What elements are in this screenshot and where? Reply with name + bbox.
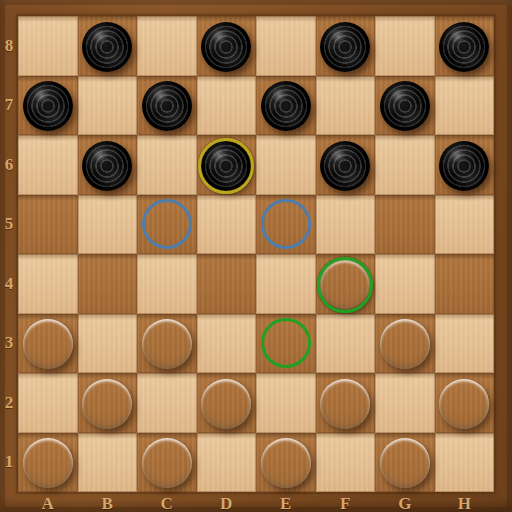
square-b8[interactable] bbox=[78, 16, 138, 76]
square-c1[interactable] bbox=[137, 433, 197, 493]
square-c5[interactable] bbox=[137, 195, 197, 255]
rank-label-7: 7 bbox=[0, 95, 18, 115]
square-h7[interactable] bbox=[435, 76, 495, 136]
rank-label-6: 6 bbox=[0, 155, 18, 175]
square-d4[interactable] bbox=[197, 254, 257, 314]
square-e2[interactable] bbox=[256, 373, 316, 433]
square-c3[interactable] bbox=[137, 314, 197, 374]
rank-label-5: 5 bbox=[0, 214, 18, 234]
white-man-piece[interactable] bbox=[23, 438, 73, 488]
square-b5[interactable] bbox=[78, 195, 138, 255]
square-g6[interactable] bbox=[375, 135, 435, 195]
square-d8[interactable] bbox=[197, 16, 257, 76]
black-man-piece[interactable] bbox=[201, 22, 251, 72]
move-target-circle-c5[interactable] bbox=[142, 199, 192, 249]
square-d1[interactable] bbox=[197, 433, 257, 493]
square-f1[interactable] bbox=[316, 433, 376, 493]
square-e7[interactable] bbox=[256, 76, 316, 136]
rank-label-4: 4 bbox=[0, 274, 18, 294]
square-a1[interactable] bbox=[18, 433, 78, 493]
file-label-h: H bbox=[435, 494, 495, 512]
white-man-piece[interactable] bbox=[439, 379, 489, 429]
rank-label-1: 1 bbox=[0, 452, 18, 472]
rank-label-8: 8 bbox=[0, 36, 18, 56]
square-g8[interactable] bbox=[375, 16, 435, 76]
square-a8[interactable] bbox=[18, 16, 78, 76]
white-man-piece[interactable] bbox=[380, 319, 430, 369]
square-h4[interactable] bbox=[435, 254, 495, 314]
square-b4[interactable] bbox=[78, 254, 138, 314]
square-f5[interactable] bbox=[316, 195, 376, 255]
black-man-piece[interactable] bbox=[82, 141, 132, 191]
square-g5[interactable] bbox=[375, 195, 435, 255]
square-a7[interactable] bbox=[18, 76, 78, 136]
square-c4[interactable] bbox=[137, 254, 197, 314]
square-g1[interactable] bbox=[375, 433, 435, 493]
square-h3[interactable] bbox=[435, 314, 495, 374]
white-man-piece[interactable] bbox=[23, 319, 73, 369]
file-label-e: E bbox=[256, 494, 316, 512]
square-a3[interactable] bbox=[18, 314, 78, 374]
square-e1[interactable] bbox=[256, 433, 316, 493]
rank-label-3: 3 bbox=[0, 333, 18, 353]
square-f6[interactable] bbox=[316, 135, 376, 195]
board-frame: 87654321 ABCDEFGH bbox=[0, 0, 512, 512]
file-label-b: B bbox=[78, 494, 138, 512]
white-man-piece[interactable] bbox=[320, 379, 370, 429]
square-d7[interactable] bbox=[197, 76, 257, 136]
white-man-piece[interactable] bbox=[261, 438, 311, 488]
square-h6[interactable] bbox=[435, 135, 495, 195]
square-f8[interactable] bbox=[316, 16, 376, 76]
black-man-piece[interactable] bbox=[82, 22, 132, 72]
square-c8[interactable] bbox=[137, 16, 197, 76]
file-label-c: C bbox=[137, 494, 197, 512]
square-h1[interactable] bbox=[435, 433, 495, 493]
rank-label-2: 2 bbox=[0, 393, 18, 413]
file-label-g: G bbox=[375, 494, 435, 512]
square-a2[interactable] bbox=[18, 373, 78, 433]
selected-piece-ring-f4 bbox=[317, 257, 373, 313]
selected-piece-ring-d6 bbox=[198, 138, 254, 194]
square-c7[interactable] bbox=[137, 76, 197, 136]
file-label-d: D bbox=[197, 494, 257, 512]
square-d5[interactable] bbox=[197, 195, 257, 255]
square-h2[interactable] bbox=[435, 373, 495, 433]
square-a4[interactable] bbox=[18, 254, 78, 314]
square-b1[interactable] bbox=[78, 433, 138, 493]
white-man-piece[interactable] bbox=[142, 438, 192, 488]
white-man-piece[interactable] bbox=[380, 438, 430, 488]
white-man-piece[interactable] bbox=[142, 319, 192, 369]
square-d2[interactable] bbox=[197, 373, 257, 433]
square-d3[interactable] bbox=[197, 314, 257, 374]
black-man-piece[interactable] bbox=[439, 22, 489, 72]
square-g3[interactable] bbox=[375, 314, 435, 374]
black-man-piece[interactable] bbox=[142, 81, 192, 131]
black-man-piece[interactable] bbox=[320, 141, 370, 191]
white-man-piece[interactable] bbox=[82, 379, 132, 429]
black-man-piece[interactable] bbox=[23, 81, 73, 131]
square-b3[interactable] bbox=[78, 314, 138, 374]
square-b2[interactable] bbox=[78, 373, 138, 433]
file-label-a: A bbox=[18, 494, 78, 512]
move-target-circle-e5[interactable] bbox=[261, 199, 311, 249]
square-e6[interactable] bbox=[256, 135, 316, 195]
square-e8[interactable] bbox=[256, 16, 316, 76]
black-man-piece[interactable] bbox=[261, 81, 311, 131]
square-g7[interactable] bbox=[375, 76, 435, 136]
square-h8[interactable] bbox=[435, 16, 495, 76]
black-man-piece[interactable] bbox=[439, 141, 489, 191]
square-h5[interactable] bbox=[435, 195, 495, 255]
move-target-circle-e3[interactable] bbox=[261, 318, 311, 368]
square-e5[interactable] bbox=[256, 195, 316, 255]
square-e3[interactable] bbox=[256, 314, 316, 374]
square-c6[interactable] bbox=[137, 135, 197, 195]
square-f7[interactable] bbox=[316, 76, 376, 136]
square-g4[interactable] bbox=[375, 254, 435, 314]
square-b6[interactable] bbox=[78, 135, 138, 195]
square-f4[interactable] bbox=[316, 254, 376, 314]
square-a6[interactable] bbox=[18, 135, 78, 195]
square-a5[interactable] bbox=[18, 195, 78, 255]
board-grid bbox=[18, 16, 494, 492]
square-f3[interactable] bbox=[316, 314, 376, 374]
square-e4[interactable] bbox=[256, 254, 316, 314]
square-c2[interactable] bbox=[137, 373, 197, 433]
file-label-f: F bbox=[316, 494, 376, 512]
black-man-piece[interactable] bbox=[320, 22, 370, 72]
black-man-piece[interactable] bbox=[380, 81, 430, 131]
white-man-piece[interactable] bbox=[201, 379, 251, 429]
square-f2[interactable] bbox=[316, 373, 376, 433]
square-d6[interactable] bbox=[197, 135, 257, 195]
square-b7[interactable] bbox=[78, 76, 138, 136]
square-g2[interactable] bbox=[375, 373, 435, 433]
